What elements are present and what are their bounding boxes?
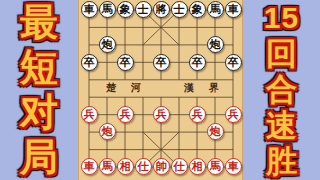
piece-black-cannon[interactable]: 炮 xyxy=(207,36,224,53)
xiangqi-board[interactable]: 楚 河 漢 界 車馬象士將士象馬車炮炮卒卒卒卒卒兵兵兵兵兵炮炮車馬相仕帥仕相馬車 xyxy=(78,0,243,180)
piece-black-advisor[interactable]: 士 xyxy=(135,1,152,18)
piece-black-soldier[interactable]: 卒 xyxy=(189,54,206,71)
piece-black-elephant[interactable]: 象 xyxy=(117,1,134,18)
piece-black-soldier[interactable]: 卒 xyxy=(225,54,242,71)
piece-red-soldier[interactable]: 兵 xyxy=(117,106,134,123)
piece-black-soldier[interactable]: 卒 xyxy=(153,54,170,71)
piece-red-advisor[interactable]: 仕 xyxy=(135,158,152,175)
piece-red-soldier[interactable]: 兵 xyxy=(225,106,242,123)
piece-black-soldier[interactable]: 卒 xyxy=(117,54,134,71)
piece-red-soldier[interactable]: 兵 xyxy=(81,106,98,123)
caption-char: 最 xyxy=(20,0,58,45)
caption-char: 合 xyxy=(266,72,297,108)
caption-char: 速 xyxy=(266,108,297,144)
piece-red-horse[interactable]: 馬 xyxy=(99,158,116,175)
piece-black-horse[interactable]: 馬 xyxy=(207,1,224,18)
piece-red-chariot[interactable]: 車 xyxy=(225,158,242,175)
piece-red-chariot[interactable]: 車 xyxy=(81,158,98,175)
piece-red-soldier[interactable]: 兵 xyxy=(189,106,206,123)
piece-black-cannon[interactable]: 炮 xyxy=(99,36,116,53)
caption-char: 短 xyxy=(20,45,58,90)
caption-char: 对 xyxy=(20,90,58,135)
piece-black-chariot[interactable]: 車 xyxy=(225,1,242,18)
piece-black-general[interactable]: 將 xyxy=(153,1,170,18)
caption-char: 回 xyxy=(266,36,297,72)
piece-grid: 車馬象士將士象馬車炮炮卒卒卒卒卒兵兵兵兵兵炮炮車馬相仕帥仕相馬車 xyxy=(80,1,242,176)
piece-black-chariot[interactable]: 車 xyxy=(81,1,98,18)
piece-red-elephant[interactable]: 相 xyxy=(117,158,134,175)
piece-black-advisor[interactable]: 士 xyxy=(171,1,188,18)
piece-red-cannon[interactable]: 炮 xyxy=(99,123,116,140)
piece-black-horse[interactable]: 馬 xyxy=(99,1,116,18)
piece-red-general[interactable]: 帥 xyxy=(153,158,170,175)
caption-char: 15 xyxy=(264,0,299,36)
piece-red-soldier[interactable]: 兵 xyxy=(153,106,170,123)
piece-red-advisor[interactable]: 仕 xyxy=(171,158,188,175)
piece-red-elephant[interactable]: 相 xyxy=(189,158,206,175)
caption-left-shortest-game: 最短对局 xyxy=(0,0,78,180)
piece-black-soldier[interactable]: 卒 xyxy=(81,54,98,71)
caption-char: 局 xyxy=(20,135,58,180)
caption-right-15-round-win: 15回合速胜 xyxy=(243,0,320,180)
video-frame: 最短对局 楚 河 漢 界 車馬象士將士象馬車炮炮卒卒卒卒卒兵兵兵兵兵炮炮車馬相仕… xyxy=(0,0,320,180)
piece-red-horse[interactable]: 馬 xyxy=(207,158,224,175)
caption-char: 胜 xyxy=(266,144,297,180)
piece-black-elephant[interactable]: 象 xyxy=(189,1,206,18)
piece-red-cannon[interactable]: 炮 xyxy=(207,123,224,140)
